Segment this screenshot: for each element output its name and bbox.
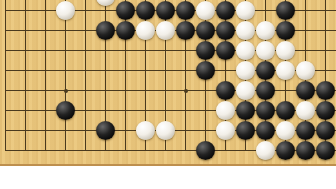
black-stone bbox=[256, 121, 275, 140]
black-stone bbox=[156, 1, 175, 20]
grid-line-horizontal bbox=[5, 90, 336, 91]
black-stone bbox=[296, 141, 315, 160]
black-stone bbox=[296, 81, 315, 100]
go-board[interactable] bbox=[0, 0, 336, 166]
black-stone bbox=[196, 141, 215, 160]
white-stone bbox=[236, 61, 255, 80]
go-app-screenshot bbox=[0, 0, 336, 189]
black-stone bbox=[316, 101, 335, 120]
black-stone bbox=[276, 1, 295, 20]
black-stone bbox=[116, 21, 135, 40]
black-stone bbox=[316, 121, 335, 140]
white-stone bbox=[156, 21, 175, 40]
black-stone bbox=[216, 41, 235, 60]
grid-line-vertical bbox=[25, 0, 26, 151]
black-stone bbox=[296, 121, 315, 140]
grid-line-vertical bbox=[85, 0, 86, 151]
black-stone bbox=[216, 81, 235, 100]
black-stone bbox=[276, 141, 295, 160]
black-stone bbox=[176, 1, 195, 20]
white-stone bbox=[216, 121, 235, 140]
black-stone bbox=[136, 1, 155, 20]
page-background bbox=[0, 166, 336, 189]
black-stone bbox=[276, 21, 295, 40]
black-stone bbox=[236, 121, 255, 140]
white-stone bbox=[276, 61, 295, 80]
white-stone bbox=[56, 1, 75, 20]
grid-line-vertical bbox=[45, 0, 46, 151]
black-stone bbox=[176, 21, 195, 40]
star-point bbox=[184, 89, 188, 93]
star-point bbox=[64, 89, 68, 93]
white-stone bbox=[256, 141, 275, 160]
grid-line-vertical bbox=[65, 0, 66, 151]
black-stone bbox=[216, 21, 235, 40]
black-stone bbox=[96, 121, 115, 140]
black-stone bbox=[236, 101, 255, 120]
black-stone bbox=[256, 61, 275, 80]
white-stone bbox=[276, 121, 295, 140]
white-stone bbox=[276, 41, 295, 60]
white-stone bbox=[136, 21, 155, 40]
white-stone bbox=[216, 101, 235, 120]
white-stone bbox=[136, 121, 155, 140]
white-stone bbox=[156, 121, 175, 140]
black-stone bbox=[316, 81, 335, 100]
black-stone bbox=[216, 1, 235, 20]
white-stone bbox=[236, 21, 255, 40]
grid-line-vertical bbox=[5, 0, 6, 151]
black-stone bbox=[196, 61, 215, 80]
white-stone bbox=[256, 41, 275, 60]
black-stone bbox=[96, 21, 115, 40]
black-stone bbox=[196, 21, 215, 40]
white-stone bbox=[256, 21, 275, 40]
white-stone bbox=[196, 1, 215, 20]
white-stone bbox=[296, 61, 315, 80]
black-stone bbox=[256, 81, 275, 100]
white-stone bbox=[236, 41, 255, 60]
black-stone bbox=[276, 101, 295, 120]
white-stone bbox=[236, 1, 255, 20]
white-stone bbox=[236, 81, 255, 100]
black-stone bbox=[316, 141, 335, 160]
black-stone bbox=[196, 41, 215, 60]
black-stone bbox=[256, 101, 275, 120]
white-stone bbox=[296, 101, 315, 120]
black-stone bbox=[116, 1, 135, 20]
black-stone bbox=[56, 101, 75, 120]
